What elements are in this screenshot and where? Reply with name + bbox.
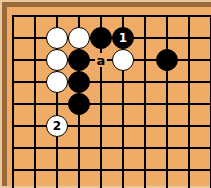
- point-letter-label: a: [95, 53, 107, 67]
- stone-black: 1: [112, 27, 134, 49]
- stone-black: [68, 49, 90, 71]
- grid-line-vertical: [166, 15, 168, 188]
- stone-black: [90, 27, 112, 49]
- grid-line-vertical: [12, 15, 14, 188]
- grid-line-vertical: [210, 15, 211, 188]
- board-frame-highlight-bottom: [0, 186, 211, 188]
- stone-white: [112, 49, 134, 71]
- stone-white: [46, 49, 68, 71]
- board-frame-band-left: [2, 2, 7, 188]
- grid-line-horizontal: [12, 169, 211, 171]
- stone-white: [68, 27, 90, 49]
- stone-white: [46, 71, 68, 93]
- grid-line-horizontal: [12, 103, 211, 105]
- board-frame-band-top: [2, 2, 211, 7]
- grid-line-horizontal: [12, 15, 211, 17]
- stone-white: 2: [46, 115, 68, 137]
- stone-black: [68, 93, 90, 115]
- grid-line-horizontal: [12, 125, 211, 127]
- go-board-diagram: a12: [0, 0, 211, 188]
- stone-black: [156, 49, 178, 71]
- move-number-label: 1: [119, 32, 127, 44]
- stone-white: [46, 27, 68, 49]
- grid-line-vertical: [34, 15, 36, 188]
- grid-line-vertical: [144, 15, 146, 188]
- grid-line-horizontal: [12, 81, 211, 83]
- grid-line-horizontal: [12, 147, 211, 149]
- stone-black: [68, 71, 90, 93]
- grid-line-vertical: [188, 15, 190, 188]
- move-number-label: 2: [53, 120, 61, 132]
